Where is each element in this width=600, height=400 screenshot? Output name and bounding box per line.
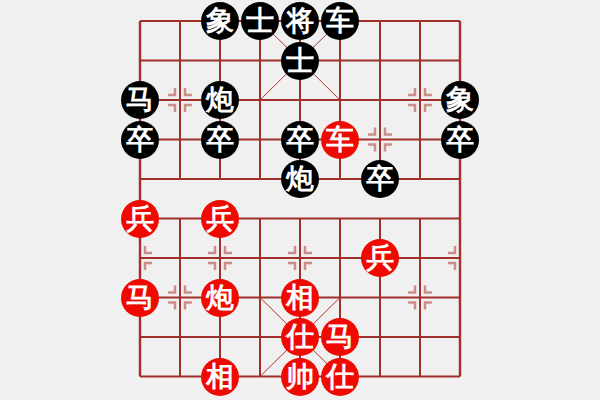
- piece-red-horse[interactable]: 马: [321, 318, 359, 356]
- piece-red-horse[interactable]: 马: [121, 279, 159, 317]
- piece-black-soldier[interactable]: 卒: [361, 160, 399, 198]
- piece-black-cannon[interactable]: 炮: [201, 81, 239, 119]
- piece-red-chariot[interactable]: 车: [321, 121, 359, 159]
- piece-red-cannon[interactable]: 炮: [201, 279, 239, 317]
- piece-red-advisor[interactable]: 仕: [321, 358, 359, 396]
- piece-black-soldier[interactable]: 卒: [121, 121, 159, 159]
- piece-black-chariot[interactable]: 车: [321, 2, 359, 40]
- xiangqi-board[interactable]: 象士将车士马炮象卒卒卒车卒炮卒兵兵兵马炮相仕马相帅仕: [120, 1, 480, 396]
- piece-black-cannon[interactable]: 炮: [281, 160, 319, 198]
- piece-black-soldier[interactable]: 卒: [281, 121, 319, 159]
- piece-red-soldier[interactable]: 兵: [121, 200, 159, 238]
- piece-black-soldier[interactable]: 卒: [441, 121, 479, 159]
- xiangqi-app: 象士将车士马炮象卒卒卒车卒炮卒兵兵兵马炮相仕马相帅仕: [0, 0, 600, 400]
- piece-red-advisor[interactable]: 仕: [281, 318, 319, 356]
- piece-black-soldier[interactable]: 卒: [201, 121, 239, 159]
- piece-black-general[interactable]: 将: [281, 2, 319, 40]
- piece-black-horse[interactable]: 马: [121, 81, 159, 119]
- piece-black-advisor[interactable]: 士: [241, 2, 279, 40]
- piece-red-elephant[interactable]: 相: [201, 358, 239, 396]
- piece-black-elephant[interactable]: 象: [441, 81, 479, 119]
- piece-red-soldier[interactable]: 兵: [201, 200, 239, 238]
- piece-red-soldier[interactable]: 兵: [361, 239, 399, 277]
- piece-black-elephant[interactable]: 象: [201, 2, 239, 40]
- piece-red-general[interactable]: 帅: [281, 358, 319, 396]
- piece-black-advisor[interactable]: 士: [281, 42, 319, 80]
- piece-red-elephant[interactable]: 相: [281, 279, 319, 317]
